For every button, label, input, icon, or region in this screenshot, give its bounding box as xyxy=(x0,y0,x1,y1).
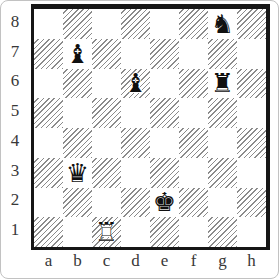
white-rook-piece-fill: ♜ xyxy=(92,217,121,247)
black-bishop-piece: ♝ xyxy=(121,69,150,99)
square-c4[interactable] xyxy=(92,128,121,158)
square-g4[interactable] xyxy=(208,128,237,158)
rank-label-8: 8 xyxy=(3,7,27,37)
square-a3[interactable] xyxy=(34,158,63,188)
rank-label-4: 4 xyxy=(3,126,27,156)
rank-labels: 87654321 xyxy=(3,7,27,245)
square-d4[interactable] xyxy=(121,128,150,158)
square-a2[interactable] xyxy=(34,188,63,218)
file-label-d: d xyxy=(121,251,150,271)
rank-label-1: 1 xyxy=(3,215,27,245)
square-a7[interactable] xyxy=(34,39,63,69)
square-b7[interactable]: ♝ xyxy=(63,39,92,69)
square-f1[interactable] xyxy=(179,217,208,247)
square-d6[interactable]: ♝ xyxy=(121,69,150,99)
file-label-e: e xyxy=(150,251,179,271)
square-c6[interactable] xyxy=(92,69,121,99)
square-h1[interactable] xyxy=(237,217,266,247)
square-d5[interactable] xyxy=(121,98,150,128)
black-king-piece: ♚ xyxy=(150,188,179,218)
square-d1[interactable] xyxy=(121,217,150,247)
file-label-f: f xyxy=(179,251,208,271)
square-d7[interactable] xyxy=(121,39,150,69)
square-c5[interactable] xyxy=(92,98,121,128)
rank-label-2: 2 xyxy=(3,186,27,216)
square-b3[interactable]: ♛ xyxy=(63,158,92,188)
square-f5[interactable] xyxy=(179,98,208,128)
square-f3[interactable] xyxy=(179,158,208,188)
square-g6[interactable]: ♜ xyxy=(208,69,237,99)
rank-label-5: 5 xyxy=(3,96,27,126)
black-queen-piece: ♛ xyxy=(63,158,92,188)
square-e2[interactable]: ♚ xyxy=(150,188,179,218)
file-label-a: a xyxy=(34,251,63,271)
square-b1[interactable] xyxy=(63,217,92,247)
square-e6[interactable] xyxy=(150,69,179,99)
square-h3[interactable] xyxy=(237,158,266,188)
square-g8[interactable]: ♞ xyxy=(208,9,237,39)
black-bishop-piece: ♝ xyxy=(63,39,92,69)
square-g5[interactable] xyxy=(208,98,237,128)
square-c8[interactable] xyxy=(92,9,121,39)
square-h5[interactable] xyxy=(237,98,266,128)
square-h4[interactable] xyxy=(237,128,266,158)
square-a5[interactable] xyxy=(34,98,63,128)
square-d8[interactable] xyxy=(121,9,150,39)
square-a4[interactable] xyxy=(34,128,63,158)
square-f8[interactable] xyxy=(179,9,208,39)
square-g2[interactable] xyxy=(208,188,237,218)
black-rook-piece: ♜ xyxy=(208,69,237,99)
square-a6[interactable] xyxy=(34,69,63,99)
rank-label-6: 6 xyxy=(3,67,27,97)
square-b6[interactable] xyxy=(63,69,92,99)
file-label-b: b xyxy=(63,251,92,271)
chess-diagram-page: 87654321 ♞♝♝♜♛♚♜♖ abcdefgh xyxy=(0,0,279,279)
square-f7[interactable] xyxy=(179,39,208,69)
square-b4[interactable] xyxy=(63,128,92,158)
square-d3[interactable] xyxy=(121,158,150,188)
chessboard: ♞♝♝♜♛♚♜♖ xyxy=(31,4,270,250)
square-e4[interactable] xyxy=(150,128,179,158)
file-labels: abcdefgh xyxy=(34,251,266,271)
square-g7[interactable] xyxy=(208,39,237,69)
square-h8[interactable] xyxy=(237,9,266,39)
square-a8[interactable] xyxy=(34,9,63,39)
square-e7[interactable] xyxy=(150,39,179,69)
square-h6[interactable] xyxy=(237,69,266,99)
square-h2[interactable] xyxy=(237,188,266,218)
square-b2[interactable] xyxy=(63,188,92,218)
square-d2[interactable] xyxy=(121,188,150,218)
square-c3[interactable] xyxy=(92,158,121,188)
square-g3[interactable] xyxy=(208,158,237,188)
rank-label-7: 7 xyxy=(3,37,27,67)
black-knight-piece: ♞ xyxy=(208,9,237,39)
square-b5[interactable] xyxy=(63,98,92,128)
rank-label-3: 3 xyxy=(3,156,27,186)
file-label-h: h xyxy=(237,251,266,271)
square-h7[interactable] xyxy=(237,39,266,69)
square-f2[interactable] xyxy=(179,188,208,218)
file-label-c: c xyxy=(92,251,121,271)
square-e8[interactable] xyxy=(150,9,179,39)
square-g1[interactable] xyxy=(208,217,237,247)
square-e3[interactable] xyxy=(150,158,179,188)
file-label-g: g xyxy=(208,251,237,271)
white-rook-piece: ♖ xyxy=(92,217,121,247)
square-c7[interactable] xyxy=(92,39,121,69)
square-f4[interactable] xyxy=(179,128,208,158)
square-e1[interactable] xyxy=(150,217,179,247)
square-c1[interactable]: ♜♖ xyxy=(92,217,121,247)
square-c2[interactable] xyxy=(92,188,121,218)
square-f6[interactable] xyxy=(179,69,208,99)
square-b8[interactable] xyxy=(63,9,92,39)
square-e5[interactable] xyxy=(150,98,179,128)
square-a1[interactable] xyxy=(34,217,63,247)
